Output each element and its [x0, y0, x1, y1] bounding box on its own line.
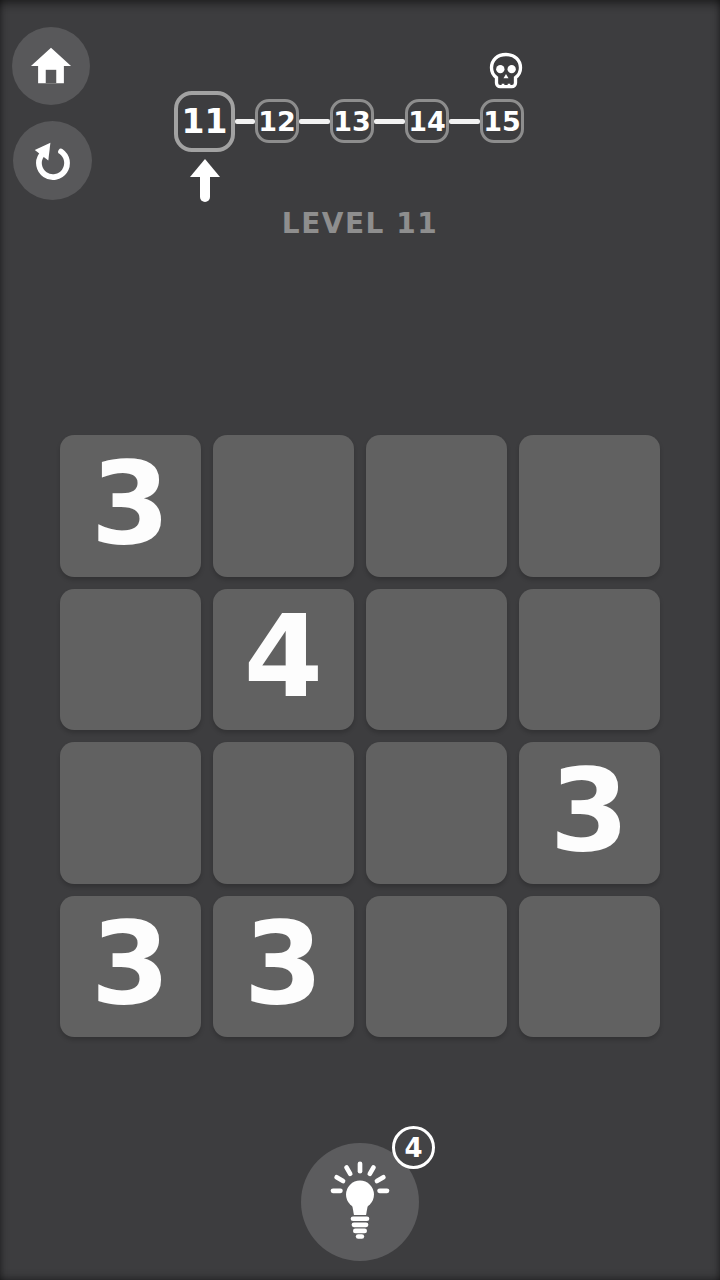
grid-cell-r2c3[interactable] [366, 589, 507, 731]
level-node-15[interactable]: 15 [480, 99, 524, 143]
level-track: 11 12 13 14 15 [174, 90, 524, 152]
grid-cell-r2c2[interactable]: 4 [213, 589, 354, 731]
home-icon [28, 45, 74, 87]
lightbulb-icon [326, 1161, 394, 1243]
level-node-12[interactable]: 12 [255, 99, 299, 143]
grid-cell-r3c2[interactable] [213, 742, 354, 884]
track-connector [449, 119, 480, 124]
level-node-label: 13 [333, 106, 371, 137]
level-title: LEVEL 11 [0, 207, 720, 240]
game-screen: 11 12 13 14 15 LEVEL 11 34333 [0, 0, 720, 1280]
grid-cell-r4c4[interactable] [519, 896, 660, 1038]
level-node-14[interactable]: 14 [405, 99, 449, 143]
grid-cell-r1c3[interactable] [366, 435, 507, 577]
tile-number: 3 [244, 907, 323, 1021]
tile-number: 3 [91, 447, 170, 561]
track-connector [374, 119, 405, 124]
grid-cell-r1c2[interactable] [213, 435, 354, 577]
track-connector [235, 119, 255, 124]
level-node-11[interactable]: 11 [174, 91, 235, 152]
tile-number: 3 [550, 754, 629, 868]
level-node-label: 15 [483, 106, 521, 137]
restart-button[interactable] [13, 121, 92, 200]
home-button[interactable] [12, 27, 90, 105]
current-level-arrow-icon [189, 158, 221, 203]
puzzle-grid: 34333 [60, 435, 660, 1037]
grid-cell-r4c3[interactable] [366, 896, 507, 1038]
grid-cell-r2c4[interactable] [519, 589, 660, 731]
track-connector [299, 119, 330, 124]
level-node-label: 11 [182, 102, 228, 141]
grid-cell-r3c3[interactable] [366, 742, 507, 884]
restart-icon [28, 136, 78, 186]
level-node-label: 14 [408, 106, 446, 137]
level-node-13[interactable]: 13 [330, 99, 374, 143]
level-node-label: 12 [258, 106, 296, 137]
grid-cell-r1c1[interactable]: 3 [60, 435, 201, 577]
tile-number: 4 [244, 600, 323, 714]
skull-icon [486, 52, 526, 92]
grid-cell-r3c4[interactable]: 3 [519, 742, 660, 884]
grid-cell-r4c1[interactable]: 3 [60, 896, 201, 1038]
grid-cell-r3c1[interactable] [60, 742, 201, 884]
tile-number: 3 [91, 907, 170, 1021]
grid-cell-r1c4[interactable] [519, 435, 660, 577]
grid-cell-r4c2[interactable]: 3 [213, 896, 354, 1038]
hint-count-badge: 4 [392, 1126, 435, 1169]
grid-cell-r2c1[interactable] [60, 589, 201, 731]
